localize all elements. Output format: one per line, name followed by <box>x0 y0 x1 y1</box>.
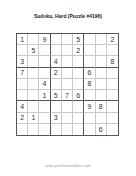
cell-r7c7: 9 <box>84 101 95 112</box>
cell-r9c6 <box>73 124 84 135</box>
cell-r2c9 <box>107 45 118 56</box>
cell-r9c1 <box>17 124 28 135</box>
cell-r7c9 <box>107 101 118 112</box>
cell-r4c6 <box>73 68 84 79</box>
cell-r9c4 <box>51 124 62 135</box>
cell-r4c7: 6 <box>84 68 95 79</box>
cell-r2c6: 2 <box>73 45 84 56</box>
cell-r8c2: 1 <box>28 113 39 124</box>
cell-r1c2 <box>28 34 39 45</box>
page-title: Sudoku, Hard (Puzzle #4196) <box>0 13 136 19</box>
cell-r3c2 <box>28 56 39 67</box>
cell-r4c1: 7 <box>17 68 28 79</box>
cell-r2c3 <box>39 45 50 56</box>
cell-r7c6 <box>73 101 84 112</box>
cell-r6c2 <box>28 90 39 101</box>
cell-r5c2 <box>28 79 39 90</box>
cell-r4c2 <box>28 68 39 79</box>
cell-r4c4: 2 <box>51 68 62 79</box>
cell-r7c8: 8 <box>96 101 107 112</box>
cell-r8c9 <box>107 113 118 124</box>
cell-r2c5 <box>62 45 73 56</box>
cell-r5c9 <box>107 79 118 90</box>
cell-r6c3: 1 <box>39 90 50 101</box>
cell-r8c4: 3 <box>51 113 62 124</box>
cell-r3c5 <box>62 56 73 67</box>
cell-r8c1: 2 <box>17 113 28 124</box>
cell-r1c9: 2 <box>107 34 118 45</box>
cell-r9c5 <box>62 124 73 135</box>
cell-r4c5 <box>62 68 73 79</box>
cell-r8c5 <box>62 113 73 124</box>
cell-r8c3 <box>39 113 50 124</box>
cell-r7c5 <box>62 101 73 112</box>
cell-r8c7 <box>84 113 95 124</box>
cell-r2c4 <box>51 45 62 56</box>
cell-r5c4 <box>51 79 62 90</box>
cell-r6c5: 7 <box>62 90 73 101</box>
cell-r1c1: 1 <box>17 34 28 45</box>
cell-r3c1: 3 <box>17 56 28 67</box>
cell-r6c1 <box>17 90 28 101</box>
cell-r3c9: 8 <box>107 56 118 67</box>
cell-r4c3 <box>39 68 50 79</box>
cell-r1c6: 5 <box>73 34 84 45</box>
cell-r1c4 <box>51 34 62 45</box>
cell-r3c7 <box>84 56 95 67</box>
cell-r7c1: 4 <box>17 101 28 112</box>
cell-r8c8 <box>96 113 107 124</box>
cell-r1c8 <box>96 34 107 45</box>
cell-r7c2 <box>28 101 39 112</box>
cell-r1c3: 9 <box>39 34 50 45</box>
cell-r6c9 <box>107 90 118 101</box>
cell-r2c2: 5 <box>28 45 39 56</box>
cell-r9c9 <box>107 124 118 135</box>
cell-r5c1 <box>17 79 28 90</box>
sudoku-board: 1952523487264815764982136 <box>16 33 119 136</box>
cell-r7c4 <box>51 101 62 112</box>
cell-r2c7 <box>84 45 95 56</box>
cell-r5c6 <box>73 79 84 90</box>
cell-r4c8 <box>96 68 107 79</box>
cell-r3c8 <box>96 56 107 67</box>
cell-r5c7: 8 <box>84 79 95 90</box>
cell-r5c5 <box>62 79 73 90</box>
cell-r2c8 <box>96 45 107 56</box>
cell-r9c8: 6 <box>96 124 107 135</box>
cell-r3c4: 4 <box>51 56 62 67</box>
cell-r8c6 <box>73 113 84 124</box>
cell-r7c3 <box>39 101 50 112</box>
cell-r1c5 <box>62 34 73 45</box>
cell-r4c9 <box>107 68 118 79</box>
cell-r9c3 <box>39 124 50 135</box>
cell-r3c6 <box>73 56 84 67</box>
cell-r1c7 <box>84 34 95 45</box>
cell-r6c7 <box>84 90 95 101</box>
cell-r6c8 <box>96 90 107 101</box>
cell-r5c8 <box>96 79 107 90</box>
cell-r2c1 <box>17 45 28 56</box>
cell-r5c3: 4 <box>39 79 50 90</box>
cell-r6c4: 5 <box>51 90 62 101</box>
cell-r9c7 <box>84 124 95 135</box>
cell-r3c3 <box>39 56 50 67</box>
cell-r9c2 <box>28 124 39 135</box>
cell-r6c6: 6 <box>73 90 84 101</box>
footer-url: www.printfreesudoku.com <box>0 163 136 168</box>
